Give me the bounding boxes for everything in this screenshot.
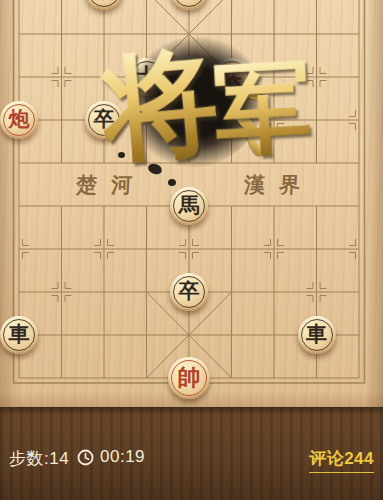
piece-glyph: 帥 (178, 366, 201, 389)
comments-link[interactable]: 评论244 (309, 447, 374, 473)
status-bar: 步数:14 00:19 评论244 (0, 407, 383, 500)
piece-glyph: 卒 (179, 281, 200, 302)
piece-glyph: 車 (306, 324, 327, 345)
piece-glyph: 炮 (9, 109, 30, 130)
piece-black-soldier[interactable]: 卒 (170, 273, 208, 311)
piece-red-soldier[interactable]: 兵 (213, 58, 251, 96)
piece-glyph: 象 (94, 0, 115, 1)
timer-value: 00:19 (100, 447, 145, 467)
xiangqi-board[interactable]: 楚河 漢界 象炮士將兵炮卒馬卒車車帥 将 军 (0, 0, 383, 407)
timer: 00:19 (77, 447, 145, 467)
river-label-right: 漢界 (243, 171, 314, 199)
move-counter: 步数:14 (9, 447, 69, 470)
piece-glyph: 卒 (94, 109, 115, 130)
piece-black-chariot[interactable]: 車 (0, 316, 38, 354)
piece-glyph: 兵 (221, 66, 242, 87)
comments-count: 244 (344, 449, 374, 468)
piece-black-advisor[interactable]: 士 (128, 58, 166, 96)
piece-black-king[interactable]: 將 (168, 56, 210, 98)
piece-glyph: 將 (178, 65, 201, 88)
move-counter-value: 14 (49, 449, 69, 468)
move-counter-label: 步数: (9, 449, 49, 468)
piece-black-chariot[interactable]: 車 (298, 316, 336, 354)
piece-black-soldier[interactable]: 卒 (85, 101, 123, 139)
river-label-left: 楚河 (75, 171, 146, 199)
piece-glyph: 馬 (179, 195, 200, 216)
comments-label: 评论 (309, 449, 344, 468)
piece-red-king[interactable]: 帥 (168, 357, 210, 399)
piece-glyph: 炮 (179, 0, 200, 1)
piece-black-horse[interactable]: 馬 (170, 187, 208, 225)
xiangqi-app-screen: 楚河 漢界 象炮士將兵炮卒馬卒車車帥 将 军 步数:14 00:19 评论244 (0, 0, 383, 500)
piece-glyph: 車 (9, 324, 30, 345)
clock-icon (77, 449, 94, 466)
piece-red-cannon[interactable]: 炮 (0, 101, 38, 139)
piece-glyph: 士 (136, 66, 157, 87)
